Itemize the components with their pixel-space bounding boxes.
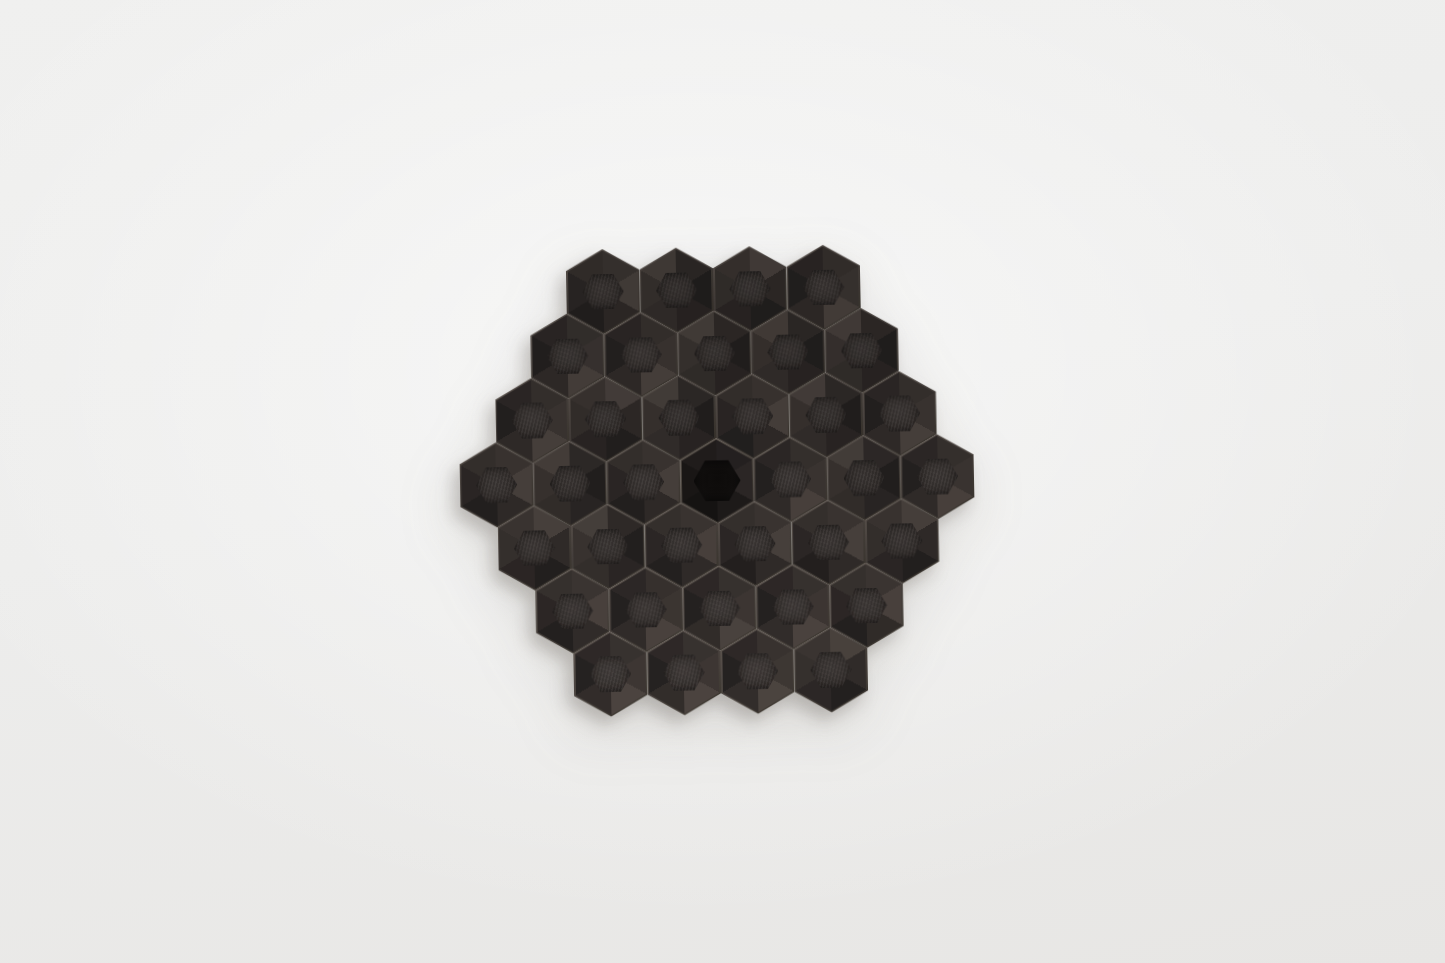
photo-background bbox=[0, 0, 1445, 963]
cell-floor bbox=[625, 591, 667, 627]
cell-floor bbox=[663, 655, 705, 691]
cell-floor bbox=[620, 337, 662, 373]
cell-floor bbox=[587, 528, 629, 564]
hole-floor bbox=[693, 460, 741, 502]
cell-floor bbox=[734, 526, 776, 562]
cell-floor bbox=[476, 467, 518, 503]
cell-floor bbox=[623, 464, 665, 500]
honeycomb-board bbox=[455, 242, 980, 719]
cell-floor bbox=[729, 271, 771, 307]
cell-floor bbox=[732, 398, 774, 434]
cell-floor bbox=[552, 593, 594, 629]
cell-floor bbox=[808, 524, 850, 560]
cell-floor bbox=[841, 332, 883, 368]
cell-floor bbox=[810, 652, 852, 688]
cell-floor bbox=[770, 461, 812, 497]
cell-floor bbox=[917, 458, 959, 494]
cell-floor bbox=[549, 465, 591, 501]
cell-floor bbox=[547, 338, 589, 374]
cell-floor bbox=[843, 460, 885, 496]
cell-floor bbox=[658, 400, 700, 436]
cell-floor bbox=[767, 334, 809, 370]
cell-floor bbox=[585, 401, 627, 437]
cell-floor bbox=[772, 589, 814, 625]
cell-floor bbox=[694, 335, 736, 371]
cell-floor bbox=[511, 402, 553, 438]
cell-floor bbox=[514, 530, 556, 566]
cell-floor bbox=[590, 656, 632, 692]
cell-floor bbox=[699, 590, 741, 626]
cell-floor bbox=[805, 397, 847, 433]
cell-floor bbox=[582, 274, 624, 310]
cell-floor bbox=[661, 527, 703, 563]
cell-floor bbox=[803, 269, 845, 305]
cell-floor bbox=[879, 395, 921, 431]
cell-floor bbox=[881, 523, 923, 559]
cell-floor bbox=[656, 272, 698, 308]
cell-floor bbox=[737, 653, 779, 689]
cell-floor bbox=[846, 587, 888, 623]
